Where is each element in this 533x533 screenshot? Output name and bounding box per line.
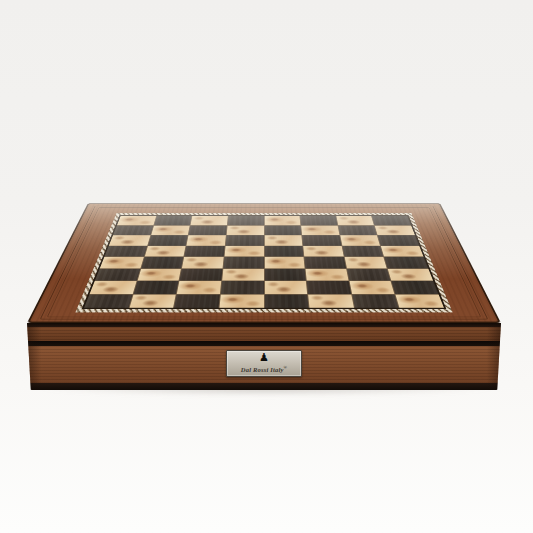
square-g2 bbox=[349, 281, 394, 294]
square-g4 bbox=[344, 257, 386, 268]
square-c5 bbox=[185, 246, 225, 257]
square-h2 bbox=[392, 281, 439, 294]
chess-pawn-icon: ♟ bbox=[259, 353, 269, 363]
square-f8 bbox=[300, 216, 337, 225]
square-b4 bbox=[141, 257, 183, 268]
square-a3 bbox=[95, 269, 140, 281]
square-f4 bbox=[304, 257, 345, 268]
brand-plaque: ♟ Dal Rossi Italy® bbox=[226, 350, 302, 377]
square-c8 bbox=[191, 216, 228, 225]
square-f3 bbox=[306, 269, 349, 281]
square-e2 bbox=[264, 281, 307, 294]
square-b1 bbox=[129, 294, 176, 307]
square-h7 bbox=[375, 225, 415, 234]
square-d3 bbox=[222, 269, 263, 281]
square-h6 bbox=[378, 235, 419, 245]
square-f6 bbox=[302, 235, 341, 245]
square-e7 bbox=[264, 225, 301, 234]
chess-box-lid-top bbox=[27, 203, 501, 323]
square-g7 bbox=[338, 225, 377, 234]
board-inner-edge bbox=[82, 215, 447, 309]
square-f5 bbox=[303, 246, 343, 257]
brand-plaque-text: Dal Rossi Italy® bbox=[241, 364, 287, 373]
square-h3 bbox=[388, 269, 433, 281]
rope-border bbox=[75, 213, 452, 312]
square-d2 bbox=[221, 281, 264, 294]
lid-side bbox=[27, 327, 501, 341]
square-e8 bbox=[264, 216, 300, 225]
box-bottom-rim bbox=[27, 383, 501, 390]
square-h1 bbox=[396, 294, 444, 307]
square-c2 bbox=[177, 281, 221, 294]
square-g8 bbox=[336, 216, 374, 225]
square-a8 bbox=[117, 216, 156, 225]
square-e5 bbox=[264, 246, 303, 257]
square-d8 bbox=[228, 216, 264, 225]
square-c6 bbox=[187, 235, 226, 245]
chess-box-lid-perspective bbox=[27, 203, 501, 323]
square-a5 bbox=[105, 246, 147, 257]
square-a2 bbox=[90, 281, 137, 294]
chess-board bbox=[84, 216, 444, 308]
square-g1 bbox=[352, 294, 399, 307]
square-c1 bbox=[174, 294, 219, 307]
square-e6 bbox=[264, 235, 302, 245]
square-g6 bbox=[340, 235, 380, 245]
square-f7 bbox=[301, 225, 339, 234]
square-h8 bbox=[372, 216, 411, 225]
square-c7 bbox=[189, 225, 227, 234]
square-d4 bbox=[223, 257, 263, 268]
box-front-face: ♟ Dal Rossi Italy® bbox=[27, 323, 501, 390]
square-b8 bbox=[154, 216, 192, 225]
registered-mark: ® bbox=[284, 365, 288, 370]
square-c4 bbox=[182, 257, 223, 268]
square-a7 bbox=[113, 225, 153, 234]
square-c3 bbox=[180, 269, 223, 281]
square-h5 bbox=[381, 246, 423, 257]
square-f2 bbox=[307, 281, 351, 294]
square-e3 bbox=[264, 269, 305, 281]
square-b2 bbox=[133, 281, 178, 294]
square-g3 bbox=[347, 269, 391, 281]
square-a4 bbox=[100, 257, 144, 268]
square-b6 bbox=[148, 235, 188, 245]
square-e4 bbox=[264, 257, 304, 268]
square-d6 bbox=[226, 235, 264, 245]
product-photo: ♟ Dal Rossi Italy® bbox=[0, 0, 533, 533]
square-b5 bbox=[145, 246, 186, 257]
square-d1 bbox=[219, 294, 263, 307]
box-base-front: ♟ Dal Rossi Italy® bbox=[27, 346, 501, 383]
square-g5 bbox=[342, 246, 383, 257]
square-b3 bbox=[137, 269, 181, 281]
square-f1 bbox=[308, 294, 353, 307]
square-b7 bbox=[151, 225, 190, 234]
square-d7 bbox=[227, 225, 264, 234]
square-h4 bbox=[384, 257, 428, 268]
square-a6 bbox=[109, 235, 150, 245]
square-d5 bbox=[224, 246, 263, 257]
square-e1 bbox=[264, 294, 308, 307]
brand-name: Dal Rossi Italy bbox=[241, 367, 284, 374]
square-a1 bbox=[84, 294, 132, 307]
